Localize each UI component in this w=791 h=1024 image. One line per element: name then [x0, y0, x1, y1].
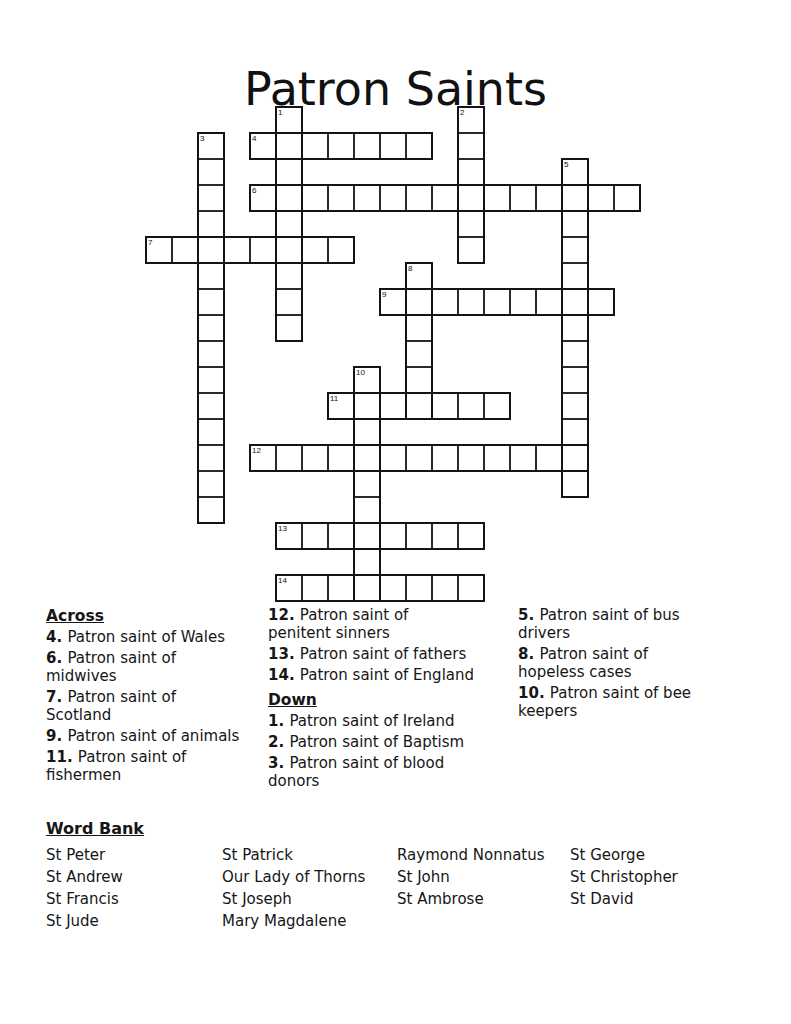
grid-cell-r11c10[interactable] [406, 393, 432, 419]
grid-cell-r18c10[interactable] [406, 575, 432, 601]
clue-number: 12 [268, 606, 295, 624]
clue-text: Patron saint of blood donors [268, 754, 444, 790]
clue-down-3: 3Patron saint of blood donors [268, 754, 508, 790]
word-bank-column-3: Raymond Nonnatus St John St Ambrose [397, 844, 570, 910]
clue-text: Patron saint of England [295, 666, 474, 684]
grid-cell-r13c9[interactable] [380, 445, 406, 471]
grid-cell-r3c4[interactable] [250, 185, 276, 211]
grid-cell-r7c9[interactable] [380, 289, 406, 315]
grid-cell-r5c0[interactable] [146, 237, 172, 263]
grid-cell-r18c8[interactable] [354, 575, 380, 601]
grid-cell-r3c7[interactable] [328, 185, 354, 211]
grid-cell-r18c6[interactable] [302, 575, 328, 601]
grid-cell-r11c9[interactable] [380, 393, 406, 419]
grid-cell-r3c13[interactable] [484, 185, 510, 211]
grid-cell-r7c15[interactable] [536, 289, 562, 315]
grid-cell-r8c2[interactable] [198, 315, 224, 341]
crossword-grid: 1234567891011121314 [146, 107, 640, 601]
clue-number: 4 [46, 628, 62, 646]
grid-cell-r1c9[interactable] [380, 133, 406, 159]
clue-across-4: 4Patron saint of Wales [46, 628, 261, 646]
grid-cell-r7c17[interactable] [588, 289, 614, 315]
word-bank-word: St John [397, 866, 570, 888]
grid-cell-r10c10[interactable] [406, 367, 432, 393]
grid-cell-r3c15[interactable] [536, 185, 562, 211]
grid-cell-r16c8[interactable] [354, 523, 380, 549]
word-bank-column-1: St Peter St Andrew St Francis St Jude [46, 844, 222, 932]
grid-cell-r11c13[interactable] [484, 393, 510, 419]
grid-cell-r3c17[interactable] [588, 185, 614, 211]
grid-cell-r8c10[interactable] [406, 315, 432, 341]
grid-cell-r5c16[interactable] [562, 237, 588, 263]
down-heading: Down [268, 690, 508, 710]
grid-cell-r13c14[interactable] [510, 445, 536, 471]
grid-cell-r11c12[interactable] [458, 393, 484, 419]
grid-cell-r13c16[interactable] [562, 445, 588, 471]
grid-cell-r3c5[interactable] [276, 185, 302, 211]
grid-cell-r13c5[interactable] [276, 445, 302, 471]
grid-cell-r11c8[interactable] [354, 393, 380, 419]
grid-cell-r7c16[interactable] [562, 289, 588, 315]
grid-cell-r18c12[interactable] [458, 575, 484, 601]
grid-cell-r1c10[interactable] [406, 133, 432, 159]
word-bank-column-4: St George St Christopher St David [570, 844, 678, 910]
grid-cell-r11c11[interactable] [432, 393, 458, 419]
clue-text: Patron saint of animals [62, 727, 239, 745]
grid-cell-r9c16[interactable] [562, 341, 588, 367]
grid-cell-r1c2[interactable] [198, 133, 224, 159]
grid-cell-r3c18[interactable] [614, 185, 640, 211]
grid-cell-r7c5[interactable] [276, 289, 302, 315]
grid-cell-r7c12[interactable] [458, 289, 484, 315]
grid-cell-r13c13[interactable] [484, 445, 510, 471]
clue-across-14: 14Patron saint of England [268, 666, 508, 684]
grid-cell-r14c2[interactable] [198, 471, 224, 497]
grid-cell-r16c12[interactable] [458, 523, 484, 549]
clue-number: 1 [268, 712, 284, 730]
grid-cell-r0c12[interactable] [458, 107, 484, 133]
grid-cell-r13c4[interactable] [250, 445, 276, 471]
clue-text: Patron saint of bus drivers [518, 606, 680, 642]
grid-cell-r4c5[interactable] [276, 211, 302, 237]
grid-cell-r13c12[interactable] [458, 445, 484, 471]
grid-cell-r2c12[interactable] [458, 159, 484, 185]
grid-cell-r13c2[interactable] [198, 445, 224, 471]
clue-down-1: 1Patron saint of Ireland [268, 712, 508, 730]
grid-cell-r3c6[interactable] [302, 185, 328, 211]
grid-cell-r8c16[interactable] [562, 315, 588, 341]
grid-cell-r5c2[interactable] [198, 237, 224, 263]
clue-number: 11 [46, 748, 73, 766]
word-bank-word: St Jude [46, 910, 222, 932]
grid-cell-r18c11[interactable] [432, 575, 458, 601]
grid-cell-r18c9[interactable] [380, 575, 406, 601]
clue-number: 13 [268, 645, 295, 663]
grid-cell-r14c8[interactable] [354, 471, 380, 497]
grid-cell-r3c16[interactable] [562, 185, 588, 211]
grid-cell-r1c7[interactable] [328, 133, 354, 159]
grid-cell-r4c2[interactable] [198, 211, 224, 237]
grid-cell-r5c12[interactable] [458, 237, 484, 263]
grid-cell-r10c2[interactable] [198, 367, 224, 393]
grid-cell-r1c4[interactable] [250, 133, 276, 159]
grid-cell-r5c4[interactable] [250, 237, 276, 263]
word-bank-word: St Peter [46, 844, 222, 866]
grid-cell-r15c8[interactable] [354, 497, 380, 523]
clues-column-middle: 12Patron saint of penitent sinners 13Pat… [268, 606, 508, 793]
grid-cell-r1c6[interactable] [302, 133, 328, 159]
word-bank-word: St Francis [46, 888, 222, 910]
clue-down-8: 8Patron saint of hopeless cases [518, 645, 733, 681]
grid-cell-r10c16[interactable] [562, 367, 588, 393]
word-bank-word: St Christopher [570, 866, 678, 888]
grid-cell-r1c5[interactable] [276, 133, 302, 159]
grid-cell-r5c1[interactable] [172, 237, 198, 263]
across-heading: Across [46, 606, 261, 626]
grid-cell-r11c2[interactable] [198, 393, 224, 419]
grid-cell-r0c5[interactable] [276, 107, 302, 133]
grid-cell-r1c12[interactable] [458, 133, 484, 159]
clue-text: Patron saint of midwives [46, 649, 176, 685]
clue-text: Patron saint of Wales [62, 628, 225, 646]
clue-number: 2 [268, 733, 284, 751]
grid-cell-r16c10[interactable] [406, 523, 432, 549]
grid-cell-r12c8[interactable] [354, 419, 380, 445]
grid-cell-r16c5[interactable] [276, 523, 302, 549]
clue-across-13: 13Patron saint of fathers [268, 645, 508, 663]
grid-cell-r3c14[interactable] [510, 185, 536, 211]
crossword-worksheet: Patron Saints 1234567891011121314 Across… [0, 0, 791, 1024]
grid-cell-r7c2[interactable] [198, 289, 224, 315]
grid-cell-r11c7[interactable] [328, 393, 354, 419]
grid-cell-r7c11[interactable] [432, 289, 458, 315]
grid-cell-r3c8[interactable] [354, 185, 380, 211]
clue-number: 6 [46, 649, 62, 667]
grid-cell-r4c16[interactable] [562, 211, 588, 237]
grid-cell-r3c9[interactable] [380, 185, 406, 211]
word-bank-columns: St Peter St Andrew St Francis St Jude St… [46, 844, 678, 932]
grid-cell-r6c10[interactable] [406, 263, 432, 289]
clue-text: Patron saint of Scotland [46, 688, 176, 724]
grid-cell-r5c7[interactable] [328, 237, 354, 263]
grid-cell-r16c6[interactable] [302, 523, 328, 549]
word-bank-word: Our Lady of Thorns [222, 866, 397, 888]
grid-cell-r9c10[interactable] [406, 341, 432, 367]
word-bank-heading: Word Bank [46, 819, 678, 839]
grid-cell-r2c5[interactable] [276, 159, 302, 185]
grid-cell-r2c16[interactable] [562, 159, 588, 185]
grid-cell-r13c15[interactable] [536, 445, 562, 471]
clue-text: Patron saint of hopeless cases [518, 645, 648, 681]
grid-cell-r4c12[interactable] [458, 211, 484, 237]
word-bank-word: Raymond Nonnatus [397, 844, 570, 866]
clue-text: Patron saint of Baptism [284, 733, 464, 751]
word-bank-word: St Andrew [46, 866, 222, 888]
clue-across-12: 12Patron saint of penitent sinners [268, 606, 508, 642]
clue-text: Patron saint of fathers [295, 645, 467, 663]
grid-cell-r3c12[interactable] [458, 185, 484, 211]
clue-number: 10 [518, 684, 545, 702]
grid-cell-r10c8[interactable] [354, 367, 380, 393]
clue-number: 14 [268, 666, 295, 684]
grid-cell-r16c11[interactable] [432, 523, 458, 549]
grid-cell-r5c3[interactable] [224, 237, 250, 263]
grid-cell-r6c5[interactable] [276, 263, 302, 289]
clue-number: 5 [518, 606, 534, 624]
word-bank-column-2: St Patrick Our Lady of Thorns St Joseph … [222, 844, 397, 932]
clue-across-7: 7Patron saint of Scotland [46, 688, 261, 724]
word-bank-word: St George [570, 844, 678, 866]
grid-cell-r3c11[interactable] [432, 185, 458, 211]
clue-text: Patron saint of Ireland [284, 712, 454, 730]
grid-cell-r16c7[interactable] [328, 523, 354, 549]
grid-cell-r16c9[interactable] [380, 523, 406, 549]
grid-cell-r5c6[interactable] [302, 237, 328, 263]
word-bank: Word Bank St Peter St Andrew St Francis … [46, 819, 678, 932]
clue-number: 8 [518, 645, 534, 663]
grid-cell-r14c16[interactable] [562, 471, 588, 497]
clue-down-2: 2Patron saint of Baptism [268, 733, 508, 751]
grid-cell-r7c13[interactable] [484, 289, 510, 315]
grid-cell-r3c10[interactable] [406, 185, 432, 211]
clue-across-6: 6Patron saint of midwives [46, 649, 261, 685]
grid-cell-r12c16[interactable] [562, 419, 588, 445]
word-bank-word: Mary Magdalene [222, 910, 397, 932]
grid-cell-r9c2[interactable] [198, 341, 224, 367]
grid-cell-r13c8[interactable] [354, 445, 380, 471]
grid-cell-r13c6[interactable] [302, 445, 328, 471]
clue-down-5: 5Patron saint of bus drivers [518, 606, 733, 642]
grid-cell-r1c8[interactable] [354, 133, 380, 159]
grid-cell-r5c5[interactable] [276, 237, 302, 263]
grid-cell-r3c2[interactable] [198, 185, 224, 211]
clues-column-right: 5Patron saint of bus drivers 8Patron sai… [518, 606, 733, 723]
word-bank-word: St Ambrose [397, 888, 570, 910]
clue-across-9: 9Patron saint of animals [46, 727, 261, 745]
grid-cell-r13c10[interactable] [406, 445, 432, 471]
grid-cell-r18c7[interactable] [328, 575, 354, 601]
grid-cell-r11c16[interactable] [562, 393, 588, 419]
grid-cell-r6c16[interactable] [562, 263, 588, 289]
word-bank-word: St David [570, 888, 678, 910]
clue-across-11: 11Patron saint of fishermen [46, 748, 261, 784]
grid-cell-r13c7[interactable] [328, 445, 354, 471]
grid-cell-r17c8[interactable] [354, 549, 380, 575]
clue-down-10: 10Patron saint of bee keepers [518, 684, 733, 720]
grid-cell-r2c2[interactable] [198, 159, 224, 185]
clue-number: 7 [46, 688, 62, 706]
grid-cell-r18c5[interactable] [276, 575, 302, 601]
grid-cell-r8c5[interactable] [276, 315, 302, 341]
grid-cell-r15c2[interactable] [198, 497, 224, 523]
clues-column-left: Across 4Patron saint of Wales 6Patron sa… [46, 606, 261, 787]
word-bank-word: St Patrick [222, 844, 397, 866]
clue-number: 3 [268, 754, 284, 772]
word-bank-word: St Joseph [222, 888, 397, 910]
grid-cell-r12c2[interactable] [198, 419, 224, 445]
grid-cell-r13c11[interactable] [432, 445, 458, 471]
grid-cell-r7c10[interactable] [406, 289, 432, 315]
clue-number: 9 [46, 727, 62, 745]
grid-cell-r6c2[interactable] [198, 263, 224, 289]
grid-cell-r7c14[interactable] [510, 289, 536, 315]
